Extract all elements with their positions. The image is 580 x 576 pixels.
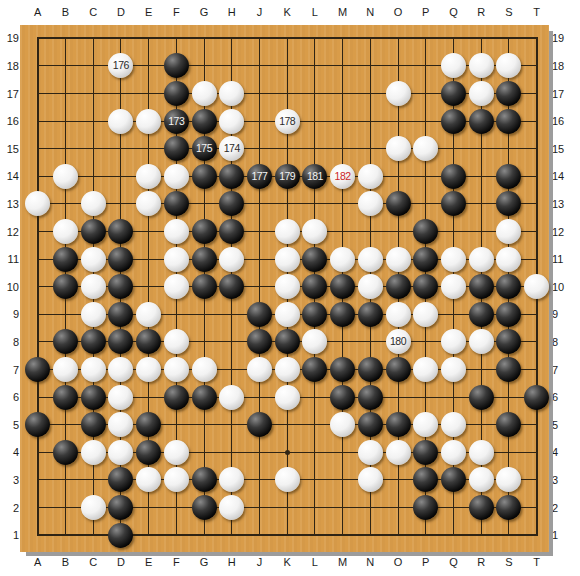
stone-black[interactable] xyxy=(441,191,466,216)
coordinate-label-left: 6 xyxy=(2,390,19,404)
stone-black[interactable] xyxy=(441,467,466,492)
stone-black[interactable] xyxy=(108,329,133,354)
stone-black[interactable] xyxy=(247,412,272,437)
stone-black[interactable] xyxy=(386,274,411,299)
stone-black[interactable] xyxy=(275,329,300,354)
stone-black[interactable] xyxy=(469,109,494,134)
stone-white[interactable] xyxy=(413,136,438,161)
stone-black[interactable] xyxy=(81,329,106,354)
coordinate-label-right: 1 xyxy=(552,528,574,542)
stone-white[interactable] xyxy=(219,247,244,272)
stone-black[interactable] xyxy=(358,357,383,382)
coordinate-label-bottom: R xyxy=(472,555,490,569)
stone-white[interactable] xyxy=(81,440,106,465)
stone-black[interactable] xyxy=(496,274,521,299)
stone-black[interactable] xyxy=(219,191,244,216)
stone-white[interactable] xyxy=(275,467,300,492)
coordinate-label-top: F xyxy=(167,5,185,19)
stone-black[interactable] xyxy=(496,329,521,354)
stone-white[interactable]: 180 xyxy=(386,329,411,354)
stone-black[interactable] xyxy=(108,523,133,548)
stone-white[interactable] xyxy=(81,274,106,299)
stone-black[interactable]: 177 xyxy=(247,164,272,189)
coordinate-label-right: 13 xyxy=(552,197,574,211)
stone-white[interactable] xyxy=(219,495,244,520)
stone-move-number: 177 xyxy=(247,164,272,189)
coordinate-label-right: 2 xyxy=(552,501,574,515)
stone-white[interactable] xyxy=(358,274,383,299)
stone-white[interactable] xyxy=(81,302,106,327)
coordinate-label-top: G xyxy=(195,5,213,19)
stone-white[interactable] xyxy=(386,302,411,327)
coordinate-label-bottom: A xyxy=(29,555,47,569)
coordinate-label-left: 7 xyxy=(2,363,19,377)
coordinate-label-right: 18 xyxy=(552,59,574,73)
stone-black[interactable]: 175 xyxy=(192,136,217,161)
stone-black[interactable] xyxy=(25,412,50,437)
stone-white[interactable] xyxy=(358,191,383,216)
stone-black[interactable] xyxy=(496,191,521,216)
coordinate-label-left: 15 xyxy=(2,142,19,156)
coordinate-label-right: 19 xyxy=(552,31,574,45)
coordinate-label-bottom: L xyxy=(306,555,324,569)
stone-white[interactable] xyxy=(302,219,327,244)
coordinate-label-left: 4 xyxy=(2,445,19,459)
stone-white[interactable] xyxy=(441,412,466,437)
stone-black[interactable] xyxy=(164,191,189,216)
stone-black[interactable] xyxy=(164,136,189,161)
stone-black[interactable] xyxy=(469,495,494,520)
stone-black[interactable] xyxy=(108,274,133,299)
coordinate-label-bottom: C xyxy=(84,555,102,569)
star-point xyxy=(285,450,290,455)
stone-black[interactable] xyxy=(413,495,438,520)
stone-black[interactable] xyxy=(496,109,521,134)
stone-black[interactable] xyxy=(386,412,411,437)
coordinate-label-bottom: T xyxy=(528,555,546,569)
stone-move-number: 175 xyxy=(192,136,217,161)
coordinate-label-left: 16 xyxy=(2,114,19,128)
stone-black[interactable] xyxy=(164,81,189,106)
stone-white[interactable] xyxy=(413,412,438,437)
stone-black[interactable] xyxy=(136,412,161,437)
stone-black[interactable] xyxy=(53,329,78,354)
coordinate-label-bottom: G xyxy=(195,555,213,569)
stone-black[interactable] xyxy=(330,357,355,382)
stone-black[interactable]: 173 xyxy=(164,109,189,134)
stone-white[interactable] xyxy=(413,302,438,327)
stone-white[interactable] xyxy=(25,191,50,216)
stone-white[interactable] xyxy=(275,219,300,244)
stone-white[interactable] xyxy=(524,274,549,299)
stone-white[interactable] xyxy=(219,109,244,134)
coordinate-label-bottom: J xyxy=(250,555,268,569)
coordinate-label-left: 1 xyxy=(2,528,19,542)
stone-white[interactable] xyxy=(330,247,355,272)
coordinate-label-bottom: D xyxy=(112,555,130,569)
stone-white[interactable] xyxy=(496,53,521,78)
stone-white[interactable] xyxy=(164,274,189,299)
stone-black[interactable] xyxy=(108,219,133,244)
stone-white[interactable] xyxy=(108,412,133,437)
stone-move-number: 178 xyxy=(275,109,300,134)
stone-black[interactable] xyxy=(164,53,189,78)
stone-white[interactable]: 174 xyxy=(219,136,244,161)
coordinate-label-bottom: K xyxy=(278,555,296,569)
stone-black[interactable]: 181 xyxy=(302,164,327,189)
coordinate-label-right: 17 xyxy=(552,87,574,101)
coordinate-label-top: N xyxy=(361,5,379,19)
stone-black[interactable] xyxy=(358,412,383,437)
stone-black[interactable] xyxy=(441,164,466,189)
go-game-viewer: ABCDEFGHJKLMNOPQRST ABCDEFGHJKLMNOPQRST … xyxy=(0,0,580,576)
stone-white[interactable] xyxy=(469,467,494,492)
coordinate-label-top: P xyxy=(417,5,435,19)
stone-white[interactable] xyxy=(441,329,466,354)
stone-white[interactable] xyxy=(219,385,244,410)
stone-white[interactable] xyxy=(108,357,133,382)
coordinate-label-top: S xyxy=(500,5,518,19)
coordinate-label-bottom: P xyxy=(417,555,435,569)
stone-move-number: 179 xyxy=(275,164,300,189)
stone-white[interactable] xyxy=(164,467,189,492)
coordinate-label-bottom: Q xyxy=(445,555,463,569)
stone-black[interactable] xyxy=(219,274,244,299)
coordinate-label-left: 14 xyxy=(2,169,19,183)
stone-black[interactable] xyxy=(53,440,78,465)
stone-black[interactable] xyxy=(192,495,217,520)
stone-black[interactable] xyxy=(302,274,327,299)
stone-black[interactable] xyxy=(25,357,50,382)
stone-white[interactable] xyxy=(192,81,217,106)
stone-black[interactable] xyxy=(81,219,106,244)
coordinate-label-top: M xyxy=(334,5,352,19)
stone-white[interactable] xyxy=(136,191,161,216)
coordinate-label-left: 12 xyxy=(2,225,19,239)
stone-white[interactable] xyxy=(469,329,494,354)
stone-white[interactable] xyxy=(441,274,466,299)
stone-black[interactable] xyxy=(81,385,106,410)
stone-white[interactable] xyxy=(136,467,161,492)
coordinate-label-left: 11 xyxy=(2,252,19,266)
stone-black[interactable] xyxy=(81,412,106,437)
coordinate-label-left: 18 xyxy=(2,59,19,73)
stone-black[interactable]: 179 xyxy=(275,164,300,189)
stone-white[interactable] xyxy=(164,219,189,244)
coordinate-label-right: 7 xyxy=(552,363,574,377)
stone-black[interactable] xyxy=(108,247,133,272)
coordinate-label-left: 5 xyxy=(2,418,19,432)
stone-white[interactable] xyxy=(81,191,106,216)
stone-white[interactable] xyxy=(386,440,411,465)
coordinate-label-right: 10 xyxy=(552,280,574,294)
stone-white[interactable] xyxy=(136,164,161,189)
coordinate-label-top: O xyxy=(389,5,407,19)
stone-white[interactable] xyxy=(496,219,521,244)
stone-white[interactable]: 182 xyxy=(330,164,355,189)
stone-white[interactable] xyxy=(441,440,466,465)
stone-black[interactable] xyxy=(496,357,521,382)
coordinate-label-bottom: F xyxy=(167,555,185,569)
coordinate-label-bottom: S xyxy=(500,555,518,569)
stone-black[interactable] xyxy=(386,191,411,216)
coordinate-label-left: 8 xyxy=(2,335,19,349)
coordinate-label-right: 12 xyxy=(552,225,574,239)
stone-black[interactable] xyxy=(302,302,327,327)
stone-black[interactable] xyxy=(413,219,438,244)
coordinate-label-left: 19 xyxy=(2,31,19,45)
coordinate-label-top: R xyxy=(472,5,490,19)
stone-white[interactable] xyxy=(136,302,161,327)
stone-move-number: 180 xyxy=(386,329,411,354)
stone-black[interactable] xyxy=(469,274,494,299)
stone-white[interactable] xyxy=(164,247,189,272)
stone-white[interactable] xyxy=(108,109,133,134)
stone-white[interactable] xyxy=(275,302,300,327)
stone-white[interactable] xyxy=(441,357,466,382)
stone-black[interactable] xyxy=(302,357,327,382)
stone-black[interactable] xyxy=(192,274,217,299)
stone-black[interactable] xyxy=(358,385,383,410)
coordinate-label-top: T xyxy=(528,5,546,19)
stone-white[interactable] xyxy=(386,136,411,161)
stone-white[interactable] xyxy=(53,219,78,244)
stone-black[interactable] xyxy=(496,81,521,106)
stone-black[interactable] xyxy=(469,385,494,410)
stone-black[interactable] xyxy=(330,302,355,327)
stone-move-number: 174 xyxy=(219,136,244,161)
stone-black[interactable] xyxy=(219,219,244,244)
coordinate-label-top: A xyxy=(29,5,47,19)
stone-white[interactable] xyxy=(81,357,106,382)
stone-white[interactable] xyxy=(136,357,161,382)
stone-move-number: 176 xyxy=(108,53,133,78)
coordinate-label-left: 17 xyxy=(2,87,19,101)
stone-white[interactable] xyxy=(108,385,133,410)
coordinate-label-bottom: B xyxy=(56,555,74,569)
stone-black[interactable] xyxy=(192,164,217,189)
coordinate-label-right: 9 xyxy=(552,307,574,321)
stone-white[interactable] xyxy=(247,357,272,382)
stone-black[interactable] xyxy=(496,164,521,189)
stone-black[interactable] xyxy=(247,329,272,354)
coordinate-label-bottom: M xyxy=(334,555,352,569)
coordinate-label-top: Q xyxy=(445,5,463,19)
stone-black[interactable] xyxy=(192,219,217,244)
stone-white[interactable] xyxy=(386,247,411,272)
stone-black[interactable] xyxy=(219,164,244,189)
stone-white[interactable] xyxy=(330,412,355,437)
stone-white[interactable] xyxy=(275,385,300,410)
stone-black[interactable] xyxy=(496,302,521,327)
stone-move-number: 181 xyxy=(302,164,327,189)
stone-white[interactable] xyxy=(275,247,300,272)
stone-black[interactable] xyxy=(413,467,438,492)
stone-black[interactable] xyxy=(108,302,133,327)
coordinate-label-right: 4 xyxy=(552,445,574,459)
coordinate-label-right: 8 xyxy=(552,335,574,349)
stone-black[interactable] xyxy=(413,440,438,465)
stone-black[interactable] xyxy=(496,495,521,520)
stone-white[interactable] xyxy=(441,53,466,78)
stone-black[interactable] xyxy=(469,302,494,327)
coordinate-label-left: 3 xyxy=(2,473,19,487)
stone-white[interactable] xyxy=(53,164,78,189)
coordinate-label-top: E xyxy=(140,5,158,19)
stone-white[interactable] xyxy=(358,247,383,272)
stone-white[interactable] xyxy=(469,440,494,465)
stone-white[interactable] xyxy=(386,81,411,106)
stone-black[interactable] xyxy=(108,467,133,492)
coordinate-label-top: H xyxy=(223,5,241,19)
stone-white[interactable] xyxy=(496,247,521,272)
stone-white[interactable] xyxy=(275,274,300,299)
stone-white[interactable] xyxy=(164,440,189,465)
stone-white[interactable] xyxy=(219,467,244,492)
stone-white[interactable] xyxy=(108,440,133,465)
stone-black[interactable] xyxy=(386,357,411,382)
stone-black[interactable] xyxy=(330,274,355,299)
stone-black[interactable] xyxy=(524,385,549,410)
stone-black[interactable] xyxy=(192,247,217,272)
stone-white[interactable] xyxy=(136,109,161,134)
stone-black[interactable] xyxy=(247,302,272,327)
stone-black[interactable] xyxy=(164,385,189,410)
coordinate-label-bottom: H xyxy=(223,555,241,569)
coordinate-label-bottom: E xyxy=(140,555,158,569)
stone-white[interactable] xyxy=(81,247,106,272)
coordinate-label-left: 9 xyxy=(2,307,19,321)
stone-black[interactable] xyxy=(53,247,78,272)
stone-white[interactable] xyxy=(164,357,189,382)
coordinate-label-right: 11 xyxy=(552,252,574,266)
coordinate-label-top: B xyxy=(56,5,74,19)
coordinate-label-top: L xyxy=(306,5,324,19)
stone-white[interactable] xyxy=(358,467,383,492)
stone-black[interactable] xyxy=(136,440,161,465)
stone-black[interactable] xyxy=(53,385,78,410)
stone-move-number: 173 xyxy=(164,109,189,134)
stone-white[interactable] xyxy=(164,164,189,189)
stone-white[interactable] xyxy=(192,357,217,382)
coordinate-label-right: 6 xyxy=(552,390,574,404)
stone-white[interactable] xyxy=(219,81,244,106)
stone-black[interactable] xyxy=(358,302,383,327)
stone-white[interactable] xyxy=(469,247,494,272)
stone-white[interactable] xyxy=(441,247,466,272)
stone-white[interactable]: 176 xyxy=(108,53,133,78)
coordinate-label-right: 15 xyxy=(552,142,574,156)
stone-black[interactable] xyxy=(192,467,217,492)
stone-black[interactable] xyxy=(53,274,78,299)
stone-white[interactable] xyxy=(413,357,438,382)
coordinate-label-left: 2 xyxy=(2,501,19,515)
coordinate-label-top: C xyxy=(84,5,102,19)
stone-white[interactable] xyxy=(469,81,494,106)
coordinate-label-right: 5 xyxy=(552,418,574,432)
stone-black[interactable] xyxy=(496,412,521,437)
coordinate-label-bottom: N xyxy=(361,555,379,569)
stone-white[interactable] xyxy=(164,329,189,354)
go-board[interactable]: 176173178175174177179181182180 xyxy=(20,25,549,552)
stone-white[interactable] xyxy=(302,329,327,354)
coordinate-label-top: K xyxy=(278,5,296,19)
stone-black[interactable] xyxy=(441,109,466,134)
stone-black[interactable] xyxy=(192,109,217,134)
coordinate-label-right: 3 xyxy=(552,473,574,487)
stone-white[interactable] xyxy=(53,357,78,382)
stone-black[interactable] xyxy=(441,81,466,106)
stone-black[interactable] xyxy=(136,329,161,354)
stone-black[interactable] xyxy=(108,495,133,520)
stone-black[interactable] xyxy=(192,385,217,410)
stone-white[interactable] xyxy=(496,467,521,492)
stone-black[interactable] xyxy=(413,247,438,272)
coordinate-label-left: 13 xyxy=(2,197,19,211)
stone-black[interactable] xyxy=(413,274,438,299)
stone-white[interactable] xyxy=(469,53,494,78)
coordinate-label-top: D xyxy=(112,5,130,19)
stone-white[interactable]: 178 xyxy=(275,109,300,134)
coordinate-label-bottom: O xyxy=(389,555,407,569)
stone-white[interactable] xyxy=(358,164,383,189)
stone-black[interactable] xyxy=(302,247,327,272)
coordinate-label-top: J xyxy=(250,5,268,19)
stone-white[interactable] xyxy=(81,495,106,520)
stone-move-number: 182 xyxy=(330,164,355,189)
stone-black[interactable] xyxy=(330,385,355,410)
coordinate-label-left: 10 xyxy=(2,280,19,294)
stone-white[interactable] xyxy=(358,440,383,465)
stone-white[interactable] xyxy=(275,357,300,382)
coordinate-label-right: 16 xyxy=(552,114,574,128)
coordinate-label-right: 14 xyxy=(552,169,574,183)
